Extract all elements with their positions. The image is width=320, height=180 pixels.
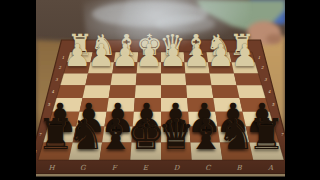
square-h3 — [60, 73, 88, 85]
lower-vignette — [36, 120, 285, 180]
chess-scene: HGFEDCBAHGFEDCBA1122334455667788 — [0, 0, 320, 180]
square-g4 — [83, 85, 111, 98]
square-f3 — [111, 73, 137, 85]
square-g5 — [79, 98, 108, 112]
square-h5 — [52, 98, 82, 112]
square-a4 — [237, 85, 266, 98]
square-d2 — [161, 62, 185, 73]
file-label-top-B: B — [215, 46, 218, 50]
pillarbox-left — [0, 0, 36, 180]
square-c2 — [185, 62, 210, 73]
square-e3 — [136, 73, 161, 85]
square-g2 — [88, 62, 114, 73]
square-f5 — [107, 98, 135, 112]
hand-shadow-side — [266, 34, 282, 44]
square-c4 — [186, 85, 213, 98]
square-f2 — [112, 62, 137, 73]
file-label-top-E: E — [149, 46, 152, 50]
square-a3 — [234, 73, 262, 85]
smoke-wisp-2 — [155, 15, 215, 33]
scene-content: HGFEDCBAHGFEDCBA1122334455667788 — [27, 0, 295, 180]
square-a1 — [229, 52, 255, 62]
rank-label-right-3: 3 — [264, 77, 267, 82]
square-d3 — [161, 73, 186, 85]
square-b3 — [210, 73, 237, 85]
square-e2 — [137, 62, 161, 73]
video-frame: HGFEDCBAHGFEDCBA1122334455667788 ♜♞♝♛♚♝♞… — [0, 0, 320, 180]
square-b2 — [208, 62, 234, 73]
square-h2 — [64, 62, 91, 73]
square-c5 — [187, 98, 215, 112]
square-e5 — [134, 98, 161, 112]
square-d4 — [161, 85, 187, 98]
square-c1 — [184, 52, 208, 62]
rank-label-left-5: 5 — [48, 102, 51, 107]
square-b5 — [213, 98, 242, 112]
rank-label-right-4: 4 — [268, 89, 271, 94]
square-a2 — [232, 62, 259, 73]
square-a5 — [239, 98, 269, 112]
pillarbox-right — [285, 0, 320, 180]
rank-label-left-1: 1 — [62, 55, 65, 60]
square-g1 — [90, 52, 115, 62]
square-f1 — [114, 52, 138, 62]
square-g3 — [85, 73, 112, 85]
square-c3 — [185, 73, 211, 85]
file-label-top-A: A — [237, 46, 241, 50]
square-b1 — [207, 52, 232, 62]
square-f4 — [109, 85, 136, 98]
square-h4 — [56, 85, 85, 98]
square-d1 — [161, 52, 185, 62]
rank-label-right-2: 2 — [261, 65, 264, 70]
square-e1 — [137, 52, 161, 62]
square-h1 — [67, 52, 93, 62]
rank-label-right-1: 1 — [258, 55, 261, 60]
rank-label-right-5: 5 — [272, 102, 275, 107]
square-d5 — [161, 98, 188, 112]
square-e4 — [135, 85, 161, 98]
square-b4 — [211, 85, 239, 98]
